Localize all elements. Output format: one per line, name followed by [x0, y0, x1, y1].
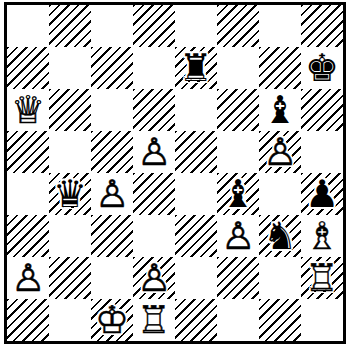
- piece-white-rook-h2[interactable]: ♖: [301, 257, 343, 299]
- piece-white-pawn-d5[interactable]: ♙: [133, 131, 175, 173]
- square-b3[interactable]: [49, 215, 91, 257]
- square-b7[interactable]: [49, 47, 91, 89]
- square-h3[interactable]: ♝♗: [301, 215, 343, 257]
- piece-black-king-h7[interactable]: ♚: [301, 47, 343, 89]
- piece-white-pawn-g5[interactable]: ♙: [259, 131, 301, 173]
- square-g3[interactable]: ♞: [259, 215, 301, 257]
- square-f3[interactable]: ♟♙: [217, 215, 259, 257]
- square-b4[interactable]: ♛: [49, 173, 91, 215]
- square-c1[interactable]: ♚♔: [91, 299, 133, 341]
- square-f4[interactable]: ♝: [217, 173, 259, 215]
- piece-white-rook-d1[interactable]: ♖: [133, 299, 175, 341]
- square-d8[interactable]: [133, 5, 175, 47]
- square-a2[interactable]: ♟♙: [7, 257, 49, 299]
- square-a4[interactable]: [7, 173, 49, 215]
- square-a3[interactable]: [7, 215, 49, 257]
- square-e7[interactable]: ♜: [175, 47, 217, 89]
- piece-black-rook-e7[interactable]: ♜: [175, 47, 217, 89]
- square-b5[interactable]: [49, 131, 91, 173]
- square-a7[interactable]: [7, 47, 49, 89]
- square-h5[interactable]: [301, 131, 343, 173]
- square-e6[interactable]: [175, 89, 217, 131]
- square-d3[interactable]: [133, 215, 175, 257]
- piece-white-pawn-a2[interactable]: ♙: [7, 257, 49, 299]
- piece-fill-white-pawn-d5: ♟: [133, 131, 175, 173]
- piece-black-pawn-h4[interactable]: ♟: [301, 173, 343, 215]
- piece-fill-white-bishop-h3: ♝: [301, 215, 343, 257]
- square-f8[interactable]: [217, 5, 259, 47]
- board-grid: ♜♚♛♕♝♟♙♟♙♛♟♙♝♟♟♙♞♝♗♟♙♟♙♜♖♚♔♜♖: [7, 5, 343, 341]
- square-h2[interactable]: ♜♖: [301, 257, 343, 299]
- square-a8[interactable]: [7, 5, 49, 47]
- piece-fill-white-pawn-g5: ♟: [259, 131, 301, 173]
- square-g1[interactable]: [259, 299, 301, 341]
- square-c7[interactable]: [91, 47, 133, 89]
- square-g8[interactable]: [259, 5, 301, 47]
- square-g7[interactable]: [259, 47, 301, 89]
- square-f6[interactable]: [217, 89, 259, 131]
- square-b8[interactable]: [49, 5, 91, 47]
- square-c8[interactable]: [91, 5, 133, 47]
- square-e3[interactable]: [175, 215, 217, 257]
- square-c4[interactable]: ♟♙: [91, 173, 133, 215]
- square-d2[interactable]: ♟♙: [133, 257, 175, 299]
- piece-fill-white-rook-h2: ♜: [301, 257, 343, 299]
- piece-white-king-c1[interactable]: ♔: [91, 299, 133, 341]
- piece-white-pawn-f3[interactable]: ♙: [217, 215, 259, 257]
- piece-fill-white-pawn-c4: ♟: [91, 173, 133, 215]
- square-g4[interactable]: [259, 173, 301, 215]
- square-g2[interactable]: [259, 257, 301, 299]
- square-h7[interactable]: ♚: [301, 47, 343, 89]
- square-f5[interactable]: [217, 131, 259, 173]
- square-b6[interactable]: [49, 89, 91, 131]
- square-b1[interactable]: [49, 299, 91, 341]
- square-h6[interactable]: [301, 89, 343, 131]
- piece-black-knight-g3[interactable]: ♞: [259, 215, 301, 257]
- square-d7[interactable]: [133, 47, 175, 89]
- square-f2[interactable]: [217, 257, 259, 299]
- square-e5[interactable]: [175, 131, 217, 173]
- square-d4[interactable]: [133, 173, 175, 215]
- square-a5[interactable]: [7, 131, 49, 173]
- square-h1[interactable]: [301, 299, 343, 341]
- piece-black-queen-b4[interactable]: ♛: [49, 173, 91, 215]
- square-c3[interactable]: [91, 215, 133, 257]
- piece-fill-white-pawn-d2: ♟: [133, 257, 175, 299]
- square-c6[interactable]: [91, 89, 133, 131]
- piece-fill-white-rook-d1: ♜: [133, 299, 175, 341]
- square-e8[interactable]: [175, 5, 217, 47]
- square-d5[interactable]: ♟♙: [133, 131, 175, 173]
- square-c5[interactable]: [91, 131, 133, 173]
- square-h4[interactable]: ♟: [301, 173, 343, 215]
- piece-black-bishop-f4[interactable]: ♝: [217, 173, 259, 215]
- piece-fill-white-king-c1: ♚: [91, 299, 133, 341]
- square-e1[interactable]: [175, 299, 217, 341]
- piece-fill-white-queen-a6: ♛: [7, 89, 49, 131]
- piece-white-pawn-d2[interactable]: ♙: [133, 257, 175, 299]
- square-e2[interactable]: [175, 257, 217, 299]
- square-f1[interactable]: [217, 299, 259, 341]
- square-g6[interactable]: ♝: [259, 89, 301, 131]
- piece-fill-white-pawn-a2: ♟: [7, 257, 49, 299]
- square-a6[interactable]: ♛♕: [7, 89, 49, 131]
- square-d6[interactable]: [133, 89, 175, 131]
- piece-white-pawn-c4[interactable]: ♙: [91, 173, 133, 215]
- piece-white-bishop-h3[interactable]: ♗: [301, 215, 343, 257]
- piece-white-queen-a6[interactable]: ♕: [7, 89, 49, 131]
- piece-black-bishop-g6[interactable]: ♝: [259, 89, 301, 131]
- square-c2[interactable]: [91, 257, 133, 299]
- chess-board: ♜♚♛♕♝♟♙♟♙♛♟♙♝♟♟♙♞♝♗♟♙♟♙♜♖♚♔♜♖: [4, 2, 346, 344]
- square-a1[interactable]: [7, 299, 49, 341]
- square-e4[interactable]: [175, 173, 217, 215]
- square-h8[interactable]: [301, 5, 343, 47]
- piece-fill-white-pawn-f3: ♟: [217, 215, 259, 257]
- square-b2[interactable]: [49, 257, 91, 299]
- square-d1[interactable]: ♜♖: [133, 299, 175, 341]
- square-f7[interactable]: [217, 47, 259, 89]
- square-g5[interactable]: ♟♙: [259, 131, 301, 173]
